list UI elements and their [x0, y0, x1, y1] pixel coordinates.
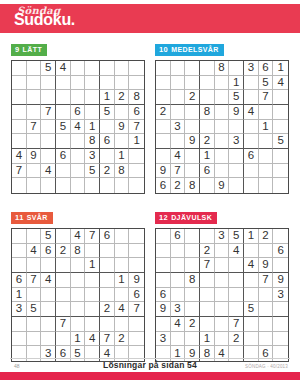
puzzle-difficulty-label: SVÅR: [27, 214, 48, 221]
cell-r3c1[interactable]: [12, 90, 27, 105]
cell-r1c7: 1: [244, 229, 259, 244]
cell-r2c3: 6: [41, 244, 56, 259]
cell-r8c5[interactable]: [215, 332, 230, 347]
cell-r2c9: 4: [273, 76, 288, 91]
cell-r2c5[interactable]: [71, 76, 86, 91]
cell-r9c6[interactable]: [85, 178, 100, 193]
cell-r2c9[interactable]: [129, 76, 144, 91]
cell-r4c4[interactable]: [56, 273, 71, 288]
cell-r8c7: 2: [100, 164, 115, 179]
cell-r6c6[interactable]: [85, 302, 100, 317]
cell-r7c3[interactable]: [41, 317, 56, 332]
cell-r1c9: 1: [273, 61, 288, 76]
cell-r6c6[interactable]: [229, 302, 244, 317]
cell-r4c4: 8: [200, 105, 215, 120]
cell-r6c1: 9: [156, 302, 171, 317]
cell-r4c9: 9: [273, 273, 288, 288]
cell-r6c1[interactable]: [12, 134, 27, 149]
cell-r6c8[interactable]: [259, 302, 274, 317]
cell-r2c4[interactable]: [200, 76, 215, 91]
cell-r7c1[interactable]: [12, 317, 27, 332]
cell-r4c1[interactable]: [12, 105, 27, 120]
cell-r8c2[interactable]: [171, 332, 186, 347]
cell-r7c4: 7: [56, 317, 71, 332]
cell-r1c6[interactable]: [85, 61, 100, 76]
cell-r3c9[interactable]: [129, 258, 144, 273]
cell-r7c5[interactable]: [215, 149, 230, 164]
cell-r5c4[interactable]: [56, 288, 71, 303]
cell-r9c6[interactable]: [229, 178, 244, 193]
cell-r5c3[interactable]: [185, 120, 200, 135]
cell-r4c7: 4: [244, 105, 259, 120]
cell-r2c1[interactable]: [156, 244, 171, 259]
cell-r4c8[interactable]: [115, 105, 130, 120]
cell-r3c8[interactable]: [115, 258, 130, 273]
cell-r1c7[interactable]: [100, 61, 115, 76]
cell-r8c4: 6: [200, 164, 215, 179]
puzzle-9-latt: 9 LÄTT 5412876567541978614963174528: [11, 38, 145, 194]
puzzle-difficulty-label: DJÄVULSK: [171, 214, 212, 221]
cell-r4c2[interactable]: [171, 273, 186, 288]
cell-r7c7: 6: [244, 149, 259, 164]
cell-r2c5[interactable]: [215, 76, 230, 91]
cell-r8c3[interactable]: [185, 164, 200, 179]
cell-r8c1[interactable]: [12, 332, 27, 347]
cell-r6c4[interactable]: [56, 302, 71, 317]
cell-r2c1[interactable]: [156, 76, 171, 91]
cell-r1c1[interactable]: [12, 61, 27, 76]
cell-r9c1[interactable]: [12, 178, 27, 193]
cell-r2c2[interactable]: [171, 244, 186, 259]
cell-r7c2: 4: [171, 317, 186, 332]
cell-r6c2: 5: [27, 302, 42, 317]
sudoku-grid-9: 5412876567541978614963174528: [11, 60, 145, 194]
cell-r1c8: 6: [259, 61, 274, 76]
cell-r1c6[interactable]: [229, 61, 244, 76]
cell-r4c7: 5: [100, 105, 115, 120]
cell-r7c6: 3: [85, 149, 100, 164]
cell-r5c6: 1: [85, 120, 100, 135]
cell-r1c5[interactable]: [71, 61, 86, 76]
cell-r6c7: 5: [244, 302, 259, 317]
cell-r5c5: 4: [71, 120, 86, 135]
cell-r7c5[interactable]: [215, 317, 230, 332]
cell-r1c7: 3: [244, 61, 259, 76]
cell-r3c9: 8: [129, 90, 144, 105]
cell-r2c1[interactable]: [12, 244, 27, 259]
cell-r3c4[interactable]: [200, 90, 215, 105]
cell-r9c5: 9: [215, 178, 230, 193]
difficulty-badge: 11 SVÅR: [11, 212, 53, 224]
cell-r9c4[interactable]: [56, 178, 71, 193]
cell-r6c8[interactable]: [115, 134, 130, 149]
cell-r4c2[interactable]: [171, 105, 186, 120]
cell-r6c3[interactable]: [185, 302, 200, 317]
cell-r3c6: 1: [85, 258, 100, 273]
cell-r8c7[interactable]: [244, 332, 259, 347]
cell-r5c1[interactable]: [156, 120, 171, 135]
cell-r5c7[interactable]: [244, 120, 259, 135]
cell-r2c4: 2: [56, 244, 71, 259]
cell-r7c8[interactable]: [259, 149, 274, 164]
cell-r5c9: 7: [129, 120, 144, 135]
cell-r4c6[interactable]: [85, 273, 100, 288]
cell-r1c5: 4: [71, 229, 86, 244]
cell-r8c3[interactable]: [41, 332, 56, 347]
puzzle-number: 10: [159, 46, 168, 54]
cell-r9c2: 2: [171, 178, 186, 193]
cell-r3c3[interactable]: [185, 258, 200, 273]
cell-r6c4[interactable]: [56, 134, 71, 149]
cell-r6c9: 5: [273, 134, 288, 149]
cell-r7c8[interactable]: [259, 317, 274, 332]
cell-r8c8[interactable]: [259, 164, 274, 179]
logo-main-text: Sudoku.: [14, 11, 75, 29]
cell-r1c1[interactable]: [156, 61, 171, 76]
cell-r4c4[interactable]: [200, 273, 215, 288]
cell-r8c6: 4: [85, 332, 100, 347]
cell-r3c6: 5: [229, 90, 244, 105]
cell-r5c4[interactable]: [200, 120, 215, 135]
cell-r2c8: 5: [259, 76, 274, 91]
cell-r5c6[interactable]: [85, 288, 100, 303]
cell-r8c5: 1: [71, 332, 86, 347]
cell-r3c6[interactable]: [85, 90, 100, 105]
cell-r1c3[interactable]: [185, 229, 200, 244]
cell-r3c2[interactable]: [27, 258, 42, 273]
cell-r4c9[interactable]: [273, 105, 288, 120]
cell-r9c7[interactable]: [244, 178, 259, 193]
cell-r2c9[interactable]: [129, 244, 144, 259]
cell-r6c2[interactable]: [27, 134, 42, 149]
puzzle-difficulty-label: MEDELSVÅR: [171, 46, 219, 53]
cell-r7c6: 7: [229, 317, 244, 332]
cell-r5c1: 1: [12, 288, 27, 303]
cell-r9c8[interactable]: [259, 178, 274, 193]
cell-r3c1[interactable]: [12, 258, 27, 273]
cell-r3c7: 4: [244, 258, 259, 273]
cell-r4c5[interactable]: [215, 273, 230, 288]
cell-r3c4[interactable]: [56, 90, 71, 105]
cell-r1c2[interactable]: [27, 229, 42, 244]
cell-r7c7[interactable]: [100, 317, 115, 332]
cell-r7c2[interactable]: [27, 317, 42, 332]
cell-r3c3[interactable]: [41, 258, 56, 273]
cell-r8c8[interactable]: [259, 332, 274, 347]
cell-r2c1[interactable]: [12, 76, 27, 91]
cell-r4c9: 9: [129, 273, 144, 288]
cell-r8c2[interactable]: [27, 164, 42, 179]
cell-r7c1: 4: [12, 149, 27, 164]
cell-r7c5[interactable]: [71, 317, 86, 332]
cell-r7c5[interactable]: [71, 149, 86, 164]
cell-r3c5[interactable]: [71, 90, 86, 105]
cell-r7c3[interactable]: [185, 149, 200, 164]
cell-r3c5[interactable]: [71, 258, 86, 273]
cell-r2c6[interactable]: [85, 244, 100, 259]
page-number: 48: [14, 363, 20, 369]
cell-r3c2[interactable]: [27, 90, 42, 105]
cell-r6c4[interactable]: [200, 302, 215, 317]
cell-r6c9[interactable]: [273, 302, 288, 317]
cell-r3c3[interactable]: [41, 90, 56, 105]
bottom-red-bar: [0, 372, 300, 380]
cell-r4c4[interactable]: [56, 105, 71, 120]
cell-r6c8[interactable]: [259, 134, 274, 149]
cell-r5c2[interactable]: [27, 288, 42, 303]
cell-r7c4: 6: [56, 149, 71, 164]
cell-r2c4[interactable]: [56, 76, 71, 91]
cell-r4c6: 9: [229, 105, 244, 120]
cell-r1c1[interactable]: [12, 229, 27, 244]
cell-r3c8: 2: [115, 90, 130, 105]
cell-r5c9: 3: [273, 288, 288, 303]
cell-r9c1: 6: [156, 178, 171, 193]
cell-r5c8[interactable]: [115, 288, 130, 303]
cell-r8c5[interactable]: [215, 164, 230, 179]
cell-r8c6: 2: [229, 332, 244, 347]
cell-r8c4[interactable]: [56, 164, 71, 179]
cell-r6c6: 3: [229, 134, 244, 149]
cell-r9c5[interactable]: [71, 178, 86, 193]
cell-r5c5[interactable]: [215, 120, 230, 135]
cell-r6c1[interactable]: [156, 134, 171, 149]
cell-r2c2[interactable]: [27, 76, 42, 91]
cell-r1c3[interactable]: [185, 61, 200, 76]
cell-r5c7[interactable]: [100, 288, 115, 303]
cell-r9c2[interactable]: [27, 178, 42, 193]
cell-r4c8: 7: [259, 273, 274, 288]
cell-r7c9[interactable]: [129, 149, 144, 164]
cell-r8c5[interactable]: [71, 164, 86, 179]
cell-r1c8[interactable]: [115, 61, 130, 76]
cell-r8c1: 9: [156, 164, 171, 179]
cell-r8c6: 5: [85, 164, 100, 179]
cell-r7c2: 9: [27, 149, 42, 164]
sudoku-grid-12: 635122467498796393542731219846: [155, 228, 289, 362]
cell-r5c2[interactable]: [171, 288, 186, 303]
cell-r2c4: 2: [200, 244, 215, 259]
sudoku-grid-11: 547646281674191635247714723654: [11, 228, 145, 362]
cell-r6c2[interactable]: [171, 134, 186, 149]
cell-r5c3[interactable]: [185, 288, 200, 303]
cell-r4c2[interactable]: [27, 105, 42, 120]
cell-r1c4[interactable]: [200, 61, 215, 76]
issue-info: SÖNDAG · 40/2013: [245, 364, 288, 369]
cell-r5c3[interactable]: [41, 288, 56, 303]
cell-r6c3[interactable]: [41, 134, 56, 149]
cell-r1c2[interactable]: [171, 61, 186, 76]
cell-r9c3: 8: [185, 178, 200, 193]
cell-r3c4[interactable]: [56, 258, 71, 273]
cell-r2c6[interactable]: [85, 76, 100, 91]
cell-r6c5[interactable]: [71, 134, 86, 149]
cell-r4c9: 6: [129, 105, 144, 120]
cell-r8c9[interactable]: [129, 164, 144, 179]
cell-r6c9: 1: [129, 134, 144, 149]
cell-r2c3[interactable]: [41, 76, 56, 91]
cell-r7c1[interactable]: [156, 317, 171, 332]
cell-r4c1: 2: [156, 105, 171, 120]
cell-r3c1[interactable]: [156, 90, 171, 105]
cell-r5c7[interactable]: [244, 288, 259, 303]
cell-r5c7[interactable]: [100, 120, 115, 135]
cell-r3c4: 7: [200, 258, 215, 273]
cell-r6c1: 3: [12, 302, 27, 317]
cell-r2c7[interactable]: [244, 76, 259, 91]
cell-r9c9[interactable]: [129, 178, 144, 193]
cell-r8c3[interactable]: [185, 332, 200, 347]
cell-r4c3[interactable]: [185, 105, 200, 120]
cell-r7c8[interactable]: [115, 317, 130, 332]
cell-r2c7[interactable]: [100, 244, 115, 259]
cell-r1c4[interactable]: [56, 229, 71, 244]
cell-r8c2[interactable]: [27, 332, 42, 347]
cell-r6c6: 8: [85, 134, 100, 149]
puzzle-10-medelsvar: 10 MEDELSVÅR 836115425728943192354169766…: [155, 38, 289, 194]
cell-r7c6[interactable]: [85, 317, 100, 332]
footer-divider: [10, 358, 290, 359]
cell-r4c1[interactable]: [156, 273, 171, 288]
cell-r2c8[interactable]: [259, 244, 274, 259]
cell-r8c8: 8: [115, 164, 130, 179]
cell-r6c8: 4: [115, 302, 130, 317]
cell-r3c7: 1: [100, 90, 115, 105]
cell-r4c5: 6: [71, 105, 86, 120]
cell-r8c9[interactable]: [129, 332, 144, 347]
difficulty-badge: 12 DJÄVULSK: [155, 212, 217, 224]
cell-r2c3[interactable]: [185, 76, 200, 91]
cell-r2c2: 4: [27, 244, 42, 259]
cell-r1c1[interactable]: [156, 229, 171, 244]
cell-r5c3[interactable]: [41, 120, 56, 135]
cell-r8c6[interactable]: [229, 164, 244, 179]
cell-r3c3: 2: [185, 90, 200, 105]
cell-r5c4[interactable]: [200, 288, 215, 303]
cell-r7c6[interactable]: [229, 149, 244, 164]
cell-r7c3[interactable]: [41, 149, 56, 164]
cell-r5c9: 6: [129, 288, 144, 303]
puzzle-12-djavulsk: 12 DJÄVULSK 6351224674987963935427312198…: [155, 206, 289, 362]
cell-r3c5[interactable]: [215, 258, 230, 273]
cell-r5c1[interactable]: [12, 120, 27, 135]
cell-r5c6[interactable]: [229, 288, 244, 303]
cell-r6c3: 9: [185, 134, 200, 149]
cell-r3c8: 9: [259, 258, 274, 273]
cell-r4c7[interactable]: [244, 273, 259, 288]
cell-r3c1[interactable]: [156, 258, 171, 273]
cell-r1c9[interactable]: [129, 229, 144, 244]
cell-r4c5[interactable]: [215, 105, 230, 120]
cell-r1c7: 6: [100, 229, 115, 244]
cell-r6c7: 6: [100, 134, 115, 149]
cell-r3c2[interactable]: [171, 258, 186, 273]
difficulty-badge: 10 MEDELSVÅR: [155, 44, 224, 56]
cell-r1c3: 5: [41, 229, 56, 244]
cell-r2c5[interactable]: [215, 244, 230, 259]
cell-r6c5[interactable]: [215, 302, 230, 317]
cell-r5c9[interactable]: [273, 120, 288, 135]
cell-r2c8[interactable]: [115, 76, 130, 91]
cell-r1c9[interactable]: [129, 61, 144, 76]
cell-r7c7[interactable]: [244, 317, 259, 332]
cell-r4c6[interactable]: [229, 273, 244, 288]
cell-r1c5: 8: [215, 61, 230, 76]
cell-r3c9[interactable]: [273, 258, 288, 273]
cell-r2c2[interactable]: [171, 76, 186, 91]
puzzle-difficulty-label: LÄTT: [23, 46, 42, 53]
cell-r3c7[interactable]: [244, 90, 259, 105]
cell-r8c1: 7: [12, 164, 27, 179]
cell-r9c8[interactable]: [115, 178, 130, 193]
cell-r7c8: 1: [115, 149, 130, 164]
difficulty-badge: 9 LÄTT: [11, 44, 47, 56]
cell-r7c4[interactable]: [200, 317, 215, 332]
cell-r3c7[interactable]: [100, 258, 115, 273]
cell-r4c3: 7: [41, 105, 56, 120]
cell-r2c3[interactable]: [185, 244, 200, 259]
cell-r6c5[interactable]: [71, 302, 86, 317]
cell-r2c9: 6: [273, 244, 288, 259]
cell-r1c2[interactable]: [27, 61, 42, 76]
cell-r6c4: 2: [200, 134, 215, 149]
cell-r5c8[interactable]: [259, 288, 274, 303]
cell-r4c2: 7: [27, 273, 42, 288]
cell-r1c4[interactable]: [200, 229, 215, 244]
cell-r3c5[interactable]: [215, 90, 230, 105]
cell-r5c6[interactable]: [229, 120, 244, 135]
cell-r5c5[interactable]: [215, 288, 230, 303]
cell-r2c8[interactable]: [115, 244, 130, 259]
cell-r7c2: 4: [171, 149, 186, 164]
cell-r8c9[interactable]: [273, 332, 288, 347]
cell-r4c6[interactable]: [85, 105, 100, 120]
cell-r9c3[interactable]: [41, 178, 56, 193]
cell-r4c7[interactable]: [100, 273, 115, 288]
cell-r6c3[interactable]: [41, 302, 56, 317]
cell-r7c1[interactable]: [156, 149, 171, 164]
cell-r6c7[interactable]: [244, 134, 259, 149]
cell-r7c9[interactable]: [129, 317, 144, 332]
puzzle-number: 11: [15, 214, 24, 222]
cell-r1c8[interactable]: [115, 229, 130, 244]
cell-r9c9[interactable]: [273, 178, 288, 193]
cell-r2c7[interactable]: [100, 76, 115, 91]
cell-r4c5[interactable]: [71, 273, 86, 288]
cell-r3c9[interactable]: [273, 90, 288, 105]
cell-r9c4[interactable]: [200, 178, 215, 193]
puzzle-number: 9: [15, 46, 20, 54]
cell-r6c5[interactable]: [215, 134, 230, 149]
cell-r1c9[interactable]: [273, 229, 288, 244]
cell-r7c7[interactable]: [100, 149, 115, 164]
cell-r7c9[interactable]: [273, 149, 288, 164]
cell-r8c4[interactable]: [56, 332, 71, 347]
cell-r8c9[interactable]: [273, 164, 288, 179]
cell-r4c8[interactable]: [259, 105, 274, 120]
cell-r2c7[interactable]: [244, 244, 259, 259]
cell-r3c6[interactable]: [229, 258, 244, 273]
cell-r6c7: 2: [100, 302, 115, 317]
cell-r7c9[interactable]: [273, 317, 288, 332]
cell-r9c7[interactable]: [100, 178, 115, 193]
cell-r3c2[interactable]: [171, 90, 186, 105]
cell-r5c5[interactable]: [71, 288, 86, 303]
cell-r7c3: 2: [185, 317, 200, 332]
cell-r6c9: 7: [129, 302, 144, 317]
cell-r2c6: 1: [229, 76, 244, 91]
cell-r8c7[interactable]: [244, 164, 259, 179]
